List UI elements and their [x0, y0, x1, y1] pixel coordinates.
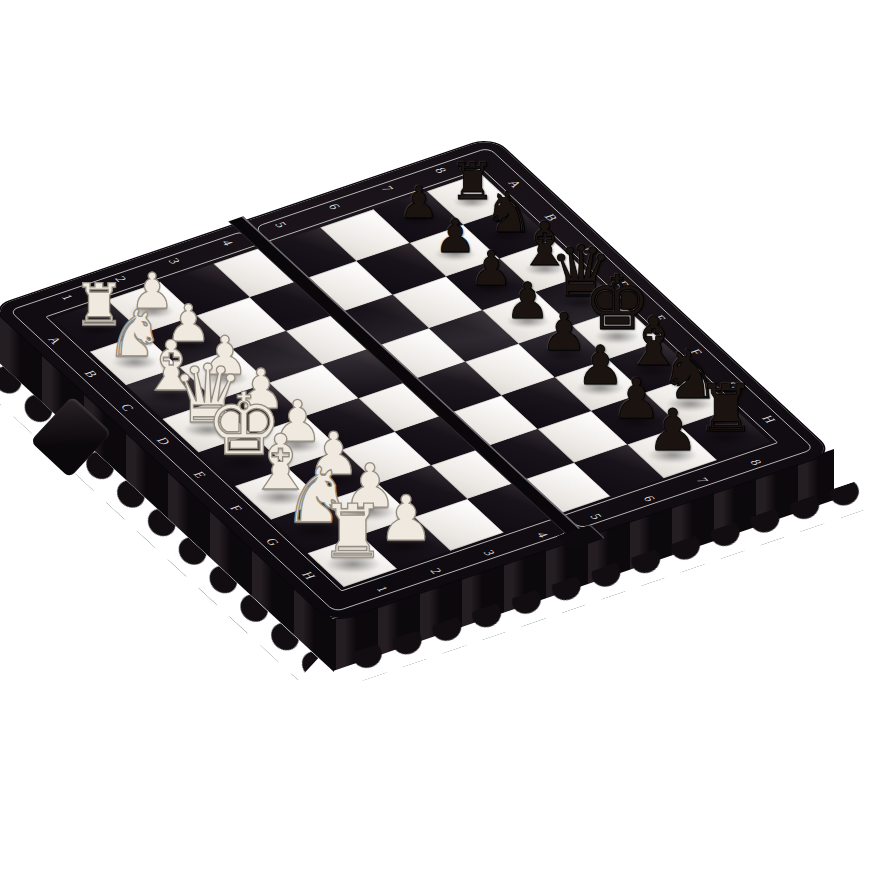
piece-white-rook-h1[interactable]: ♜ [320, 495, 386, 569]
piece-black-pawn-a7[interactable]: ♟ [399, 181, 439, 225]
case-latch [30, 396, 112, 478]
piece-white-pawn-h2[interactable]: ♟ [378, 488, 434, 551]
piece-black-pawn-h7[interactable]: ♟ [647, 403, 699, 461]
chess-set-photo: AABBCCDDEEFFGGHH1122334455667788 ♜♟♞♟♝♟♛… [0, 0, 888, 888]
piece-black-rook-h8[interactable]: ♜ [697, 377, 756, 443]
